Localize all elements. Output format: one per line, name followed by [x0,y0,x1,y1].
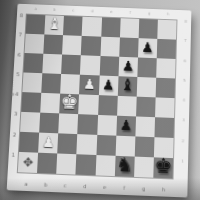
rank-label-6: 6 [181,59,188,79]
rank-label-3: 3 [180,118,187,139]
square-h5[interactable] [155,78,175,98]
square-d3[interactable] [78,114,98,135]
piece-black-knight-f1[interactable]: ♞ [116,155,134,175]
square-c8[interactable] [63,16,83,36]
piece-black-bishop-f5[interactable]: ♝ [120,77,135,93]
square-b8[interactable]: ♝ [44,15,64,35]
rank-label-4: 4 [180,98,187,118]
square-a3[interactable] [20,112,40,133]
file-label-g: g [140,11,159,16]
rank-label-2: 2 [179,139,187,160]
piece-black-king-h1[interactable]: ♚ [154,156,173,177]
rank-label-1: 1 [9,152,17,173]
square-f4[interactable] [117,96,137,117]
square-e2[interactable] [96,135,116,156]
piece-black-pawn-e5[interactable]: ♟ [102,77,115,91]
rank-labels-right: 87654321 [179,20,190,180]
square-a2[interactable] [19,132,39,153]
square-h6[interactable] [156,58,175,78]
piece-white-bishop-b8[interactable]: ♝ [47,16,62,32]
square-g2[interactable] [134,136,154,157]
square-e5[interactable]: ♟ [98,75,118,95]
border-brand-text: ⊕ ····· [11,78,17,96]
file-label-c: c [64,8,83,13]
square-d6[interactable] [80,55,100,75]
file-label-d: d [75,184,95,190]
square-e3[interactable] [97,115,117,136]
rank-label-2: 2 [10,132,18,153]
file-label-a: a [16,181,36,187]
square-c3[interactable] [58,113,78,134]
square-c1[interactable] [56,153,76,174]
square-c7[interactable] [62,35,82,55]
board-logo-emblem: ✥ [23,156,34,169]
square-e7[interactable] [100,37,120,57]
rank-label-1: 1 [179,159,187,180]
square-e8[interactable] [101,17,120,37]
file-label-g: g [134,186,154,192]
board-grid: ♝♟♟♟♟♝♚♟♟✥♞♚ [17,14,178,180]
square-g3[interactable] [135,116,155,137]
rank-label-8: 8 [182,20,189,40]
file-label-c: c [55,183,75,189]
square-d5[interactable]: ♟ [79,75,99,95]
square-a5[interactable] [22,72,42,92]
square-c6[interactable] [61,54,81,74]
square-f1[interactable]: ♞ [114,156,134,177]
rank-label-5: 5 [13,72,21,92]
square-g6[interactable] [137,57,157,77]
rank-label-5: 5 [181,78,188,98]
square-f7[interactable] [119,37,139,57]
square-a8[interactable] [26,15,46,35]
file-label-h: h [154,187,174,193]
square-f3[interactable]: ♟ [116,116,136,137]
piece-black-pawn-f3[interactable]: ♟ [119,118,132,132]
square-g5[interactable] [136,77,156,97]
file-label-d: d [83,9,102,14]
square-h3[interactable] [154,117,174,138]
square-d7[interactable] [81,36,101,56]
square-e1[interactable] [95,155,115,176]
square-d2[interactable] [77,134,97,155]
square-c4[interactable]: ♚ [59,94,79,115]
file-label-h: h [159,12,178,17]
file-label-e: e [102,9,121,14]
photo-background: ⊕ ····· 87654321 87654321 abcdefgh abcde… [0,0,200,200]
file-label-e: e [95,185,115,191]
file-label-b: b [45,7,64,12]
square-b1[interactable] [37,153,57,174]
square-a1[interactable]: ✥ [18,152,38,173]
square-g4[interactable] [136,97,156,118]
rank-label-4: 4 [12,92,20,112]
square-a6[interactable] [23,53,43,73]
rank-label-3: 3 [11,112,19,132]
square-h7[interactable] [157,39,176,59]
square-h8[interactable] [157,20,176,40]
square-g7[interactable]: ♟ [138,38,157,58]
rank-label-8: 8 [17,13,25,33]
piece-black-pawn-g7[interactable]: ♟ [141,40,154,54]
square-c2[interactable] [57,133,77,154]
piece-black-pawn-f6[interactable]: ♟ [122,59,135,73]
square-f6[interactable]: ♟ [118,57,138,77]
square-b6[interactable] [42,54,62,74]
square-f8[interactable] [120,18,139,38]
square-g1[interactable] [134,157,154,178]
rank-label-7: 7 [181,39,188,59]
file-label-b: b [36,182,56,188]
square-d1[interactable] [76,154,96,175]
square-e4[interactable] [98,95,118,116]
square-b7[interactable] [43,34,63,54]
square-g8[interactable] [138,19,157,39]
square-h1[interactable]: ♚ [153,157,173,178]
file-label-f: f [121,10,140,15]
square-h4[interactable] [155,97,175,118]
rank-label-7: 7 [16,33,24,53]
piece-white-pawn-b2[interactable]: ♟ [42,135,55,150]
square-e6[interactable] [99,56,119,76]
piece-white-pawn-d5[interactable]: ♟ [83,77,96,91]
square-d4[interactable] [79,94,99,115]
square-f5[interactable]: ♝ [117,76,137,96]
square-b4[interactable] [40,93,60,114]
square-a4[interactable] [21,92,41,113]
rank-label-6: 6 [15,52,23,72]
file-label-f: f [114,185,134,191]
square-b5[interactable] [41,73,61,93]
square-b2[interactable]: ♟ [38,133,58,154]
file-labels-bottom: abcdefgh [16,180,173,194]
square-a7[interactable] [25,34,45,54]
chess-board: ⊕ ····· 87654321 87654321 abcdefgh abcde… [7,4,192,198]
square-b3[interactable] [39,113,59,134]
file-label-a: a [26,6,45,11]
piece-white-king-c4[interactable]: ♚ [60,92,79,112]
square-d8[interactable] [82,17,102,37]
